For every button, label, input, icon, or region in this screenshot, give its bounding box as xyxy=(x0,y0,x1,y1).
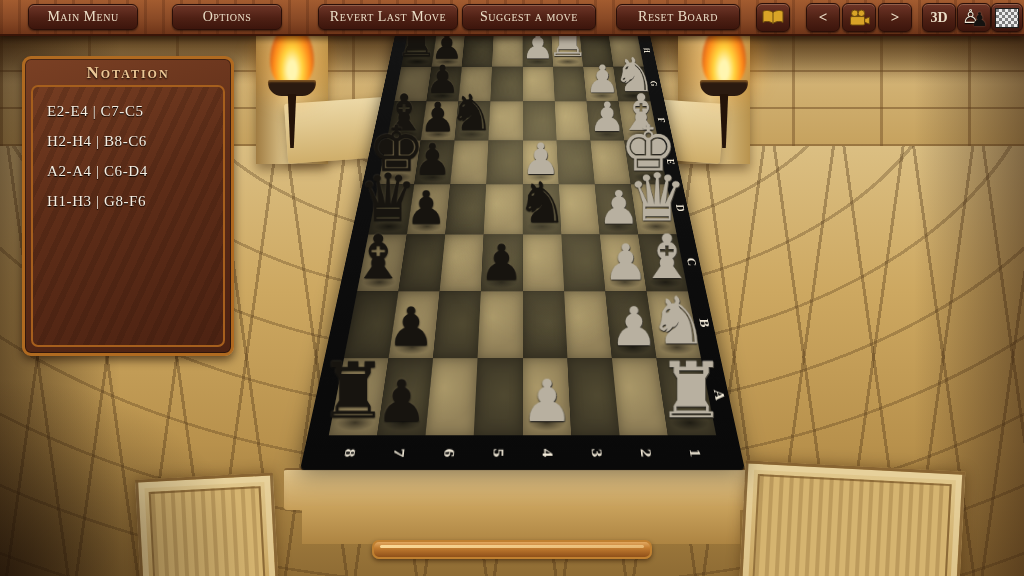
rank-labels: 87654321 xyxy=(322,435,723,470)
chevron-left-icon: < xyxy=(819,9,828,26)
file-label-G: G xyxy=(648,81,660,86)
book-icon xyxy=(761,9,785,26)
options-button[interactable]: Options xyxy=(172,4,282,30)
square-a5[interactable] xyxy=(474,358,522,436)
piece-white-bishop-c1[interactable]: ♝ xyxy=(640,226,695,287)
file-label-D: D xyxy=(673,205,687,212)
chevron-right-icon: > xyxy=(891,9,900,26)
square-c6[interactable] xyxy=(440,234,484,291)
square-a6[interactable] xyxy=(426,358,478,436)
file-label-C: C xyxy=(683,258,698,266)
piece-white-pawn-a4[interactable]: ♟ xyxy=(521,372,573,430)
previous-move-button[interactable]: < xyxy=(806,3,840,32)
piece-black-pawn-e7[interactable]: ♟ xyxy=(413,138,452,181)
square-c3[interactable] xyxy=(561,234,605,291)
notation-title: Notation xyxy=(25,63,231,83)
square-b3[interactable] xyxy=(564,291,612,357)
move-list: E2-E4 | C7-C5H2-H4 | B8-C6A2-A4 | C6-D4H… xyxy=(47,103,221,223)
square-c4[interactable] xyxy=(523,234,564,291)
square-a3[interactable] xyxy=(567,358,619,436)
square-g4[interactable] xyxy=(523,66,555,101)
piece-set-button[interactable]: ♙ ♟ xyxy=(957,3,991,32)
reset-board-button[interactable]: Reset Board xyxy=(616,4,740,30)
file-label-H: H xyxy=(641,48,652,53)
rank-label-7: 7 xyxy=(390,448,408,457)
file-label-A: A xyxy=(709,389,727,400)
next-move-button[interactable]: > xyxy=(878,3,912,32)
board-plane: ♜♟♟♜♟♟♞♝♟♞♟♝♚♟♟♚♛♟♞♟♛♝♟♟♝♟♟♞♜♟♟♜ 8765432… xyxy=(300,25,745,470)
chess-board: ♜♟♟♜♟♟♞♝♟♞♟♝♚♟♟♚♛♟♞♟♛♝♟♟♝♟♟♞♜♟♟♜ 8765432… xyxy=(300,0,745,470)
rank-label-3: 3 xyxy=(588,448,605,457)
camera-icon xyxy=(848,9,871,26)
rank-label-5: 5 xyxy=(489,448,506,457)
rank-label-8: 8 xyxy=(341,448,359,457)
notation-panel: Notation E2-E4 | C7-C5H2-H4 | B8-C6A2-A4… xyxy=(22,56,234,356)
revert-last-move-button[interactable]: Revert Last Move xyxy=(318,4,458,30)
rank-label-1: 1 xyxy=(686,448,704,457)
game-scene: ♜♟♟♜♟♟♞♝♟♞♟♝♚♟♟♚♛♟♞♟♛♝♟♟♝♟♟♞♜♟♟♜ 8765432… xyxy=(0,0,1024,576)
square-g5[interactable] xyxy=(491,66,523,101)
square-g3[interactable] xyxy=(553,66,587,101)
square-c8[interactable]: ♝ xyxy=(357,234,407,291)
piece-black-pawn-b7[interactable]: ♟ xyxy=(387,300,435,353)
board-grid: ♜♟♟♜♟♟♞♝♟♞♟♝♚♟♟♚♛♟♞♟♛♝♟♟♝♟♟♞♜♟♟♜ xyxy=(329,35,716,435)
square-b4[interactable] xyxy=(523,291,568,357)
view-3d-toggle-button[interactable]: 3D xyxy=(922,3,956,32)
piece-black-pawn-a7[interactable]: ♟ xyxy=(376,372,428,430)
board-step xyxy=(284,468,758,510)
move-row: H1-H3 | G8-F6 xyxy=(47,193,221,210)
rank-label-2: 2 xyxy=(637,448,655,457)
square-a1[interactable]: ♜ xyxy=(656,358,716,436)
move-row: E2-E4 | C7-C5 xyxy=(47,103,221,120)
file-label-E: E xyxy=(663,159,676,165)
toolbar: Main MenuOptionsRevert Last MoveSuggest … xyxy=(0,0,1024,36)
notation-book-button[interactable] xyxy=(756,3,790,32)
piece-black-bishop-c8[interactable]: ♝ xyxy=(351,226,406,287)
square-e6[interactable] xyxy=(450,140,488,184)
square-b5[interactable] xyxy=(478,291,523,357)
piece-black-pawn-d7[interactable]: ♟ xyxy=(406,184,447,230)
square-a7[interactable]: ♟ xyxy=(377,358,433,436)
square-f6[interactable]: ♞ xyxy=(455,101,491,140)
square-h3[interactable]: ♜ xyxy=(551,35,583,66)
main-menu-button[interactable]: Main Menu xyxy=(28,4,138,30)
board-style-button[interactable] xyxy=(991,3,1023,32)
rank-label-6: 6 xyxy=(440,448,457,457)
checkerboard-icon xyxy=(995,8,1019,28)
square-e7[interactable]: ♟ xyxy=(414,140,454,184)
chess-pieces-icon: ♙ ♟ xyxy=(962,7,986,29)
square-d6[interactable] xyxy=(445,184,486,234)
square-c7[interactable] xyxy=(399,234,446,291)
move-progress-bar[interactable] xyxy=(372,540,652,559)
square-h5[interactable] xyxy=(492,35,522,66)
file-label-F: F xyxy=(655,118,667,123)
move-row: A2-A4 | C6-D4 xyxy=(47,163,221,180)
piece-black-pawn-c5[interactable]: ♟ xyxy=(480,238,524,287)
square-d4[interactable]: ♞ xyxy=(523,184,562,234)
rank-label-4: 4 xyxy=(539,448,556,457)
corner-vignette xyxy=(0,376,260,576)
square-a4[interactable]: ♟ xyxy=(523,358,571,436)
suggest-a-move-button[interactable]: Suggest a move xyxy=(462,4,596,30)
piece-black-knight-d4[interactable]: ♞ xyxy=(516,173,567,230)
threed-label: 3D xyxy=(930,10,947,26)
move-row: H2-H4 | B8-C6 xyxy=(47,133,221,150)
board-step-lower xyxy=(302,506,740,544)
piece-black-knight-f6[interactable]: ♞ xyxy=(449,87,494,137)
square-h6[interactable] xyxy=(462,35,494,66)
right-pedestal xyxy=(739,460,966,576)
square-c5[interactable]: ♟ xyxy=(481,234,522,291)
replay-camera-button[interactable] xyxy=(842,3,876,32)
square-d7[interactable]: ♟ xyxy=(407,184,450,234)
file-label-B: B xyxy=(695,319,711,328)
square-b7[interactable]: ♟ xyxy=(389,291,440,357)
square-b6[interactable] xyxy=(433,291,481,357)
